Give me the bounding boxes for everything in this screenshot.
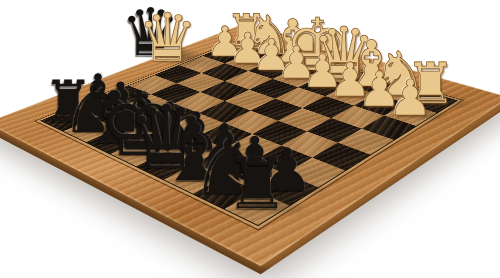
chess-set-photo: ♜♞♝♛♚♝♞♜♟♟♟♟♟♟♟♟♟♟♟♟♟♟♟♟♜♞♝♛♚♝♞♜♛♛ xyxy=(0,0,500,278)
black-rook[interactable]: ♜ xyxy=(225,150,288,221)
white-queen-extra[interactable]: ♛ xyxy=(138,5,198,72)
white-pawn[interactable]: ♟ xyxy=(388,74,433,124)
